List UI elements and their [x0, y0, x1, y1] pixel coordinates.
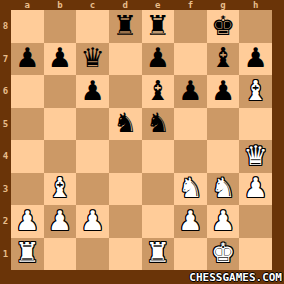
square-h7: ♟	[239, 43, 272, 76]
black-pawn-b7: ♟	[48, 44, 72, 71]
square-f6: ♟	[174, 75, 207, 108]
square-e4	[142, 140, 175, 173]
white-pawn-g2: ♟	[211, 207, 235, 234]
white-pawn-c2: ♟	[80, 207, 104, 234]
square-a1: ♜	[11, 238, 44, 271]
square-f1	[174, 238, 207, 271]
square-b1	[44, 238, 77, 271]
square-b3: ♝	[44, 173, 77, 206]
square-f4	[174, 140, 207, 173]
black-pawn-f6: ♟	[178, 77, 202, 104]
rank-label-7: 7	[0, 43, 11, 76]
chess-board: ♜♜♚♟♟♛♟♝♟♟♝♟♟♝♞♞♛♝♞♞♟♟♟♟♟♟♜♜♚	[11, 10, 272, 270]
square-c7: ♛	[76, 43, 109, 76]
white-pawn-f2: ♟	[178, 207, 202, 234]
white-king-g1: ♚	[211, 239, 235, 266]
chess-diagram: abcdefgh 87654321 ♜♜♚♟♟♛♟♝♟♟♝♟♟♝♞♞♛♝♞♞♟♟…	[0, 0, 284, 284]
square-g1: ♚	[207, 238, 240, 271]
square-g6: ♟	[207, 75, 240, 108]
square-h6: ♝	[239, 75, 272, 108]
square-h5	[239, 108, 272, 141]
rank-label-8: 8	[0, 10, 11, 43]
black-rook-e8: ♜	[146, 12, 170, 39]
square-b8	[44, 10, 77, 43]
white-pawn-h3: ♟	[244, 174, 268, 201]
file-label-d: d	[109, 0, 142, 10]
square-g5	[207, 108, 240, 141]
square-f5	[174, 108, 207, 141]
square-d6	[109, 75, 142, 108]
white-rook-e1: ♜	[146, 239, 170, 266]
black-rook-d8: ♜	[113, 12, 137, 39]
square-a5	[11, 108, 44, 141]
rank-label-3: 3	[0, 173, 11, 206]
white-pawn-b2: ♟	[48, 207, 72, 234]
square-d7	[109, 43, 142, 76]
white-pawn-a2: ♟	[15, 207, 39, 234]
square-a8	[11, 10, 44, 43]
file-label-e: e	[142, 0, 175, 10]
branding-watermark: CHESSGAMES.COM	[189, 271, 282, 284]
square-d2	[109, 205, 142, 238]
square-d8: ♜	[109, 10, 142, 43]
rank-label-1: 1	[0, 238, 11, 271]
square-a4	[11, 140, 44, 173]
square-g3: ♞	[207, 173, 240, 206]
square-h3: ♟	[239, 173, 272, 206]
rank-label-2: 2	[0, 205, 11, 238]
black-king-g8: ♚	[211, 12, 235, 39]
black-pawn-e7: ♟	[146, 44, 170, 71]
rank-label-4: 4	[0, 140, 11, 173]
square-e7: ♟	[142, 43, 175, 76]
black-bishop-g7: ♝	[211, 44, 235, 71]
square-b5	[44, 108, 77, 141]
square-f2: ♟	[174, 205, 207, 238]
square-e1: ♜	[142, 238, 175, 271]
white-queen-h4: ♛	[244, 142, 268, 169]
square-b7: ♟	[44, 43, 77, 76]
square-f3: ♞	[174, 173, 207, 206]
file-label-g: g	[207, 0, 240, 10]
square-f7	[174, 43, 207, 76]
square-c2: ♟	[76, 205, 109, 238]
square-e3	[142, 173, 175, 206]
square-a2: ♟	[11, 205, 44, 238]
square-a3	[11, 173, 44, 206]
square-c1	[76, 238, 109, 271]
black-pawn-a7: ♟	[15, 44, 39, 71]
black-queen-c7: ♛	[80, 44, 104, 71]
square-h8	[239, 10, 272, 43]
square-c8	[76, 10, 109, 43]
square-e5: ♞	[142, 108, 175, 141]
square-h4: ♛	[239, 140, 272, 173]
square-c4	[76, 140, 109, 173]
square-f8	[174, 10, 207, 43]
square-g7: ♝	[207, 43, 240, 76]
square-h1	[239, 238, 272, 271]
white-knight-g3: ♞	[211, 174, 235, 201]
black-bishop-e6: ♝	[146, 77, 170, 104]
square-h2	[239, 205, 272, 238]
square-c3	[76, 173, 109, 206]
black-pawn-c6: ♟	[80, 77, 104, 104]
file-labels: abcdefgh	[11, 0, 272, 10]
square-g2: ♟	[207, 205, 240, 238]
file-label-b: b	[44, 0, 77, 10]
square-e6: ♝	[142, 75, 175, 108]
black-knight-d5: ♞	[113, 109, 137, 136]
black-pawn-g6: ♟	[211, 77, 235, 104]
square-c5	[76, 108, 109, 141]
white-bishop-h6: ♝	[244, 77, 268, 104]
square-a6	[11, 75, 44, 108]
black-pawn-h7: ♟	[244, 44, 268, 71]
square-a7: ♟	[11, 43, 44, 76]
square-b4	[44, 140, 77, 173]
square-g4	[207, 140, 240, 173]
square-e2	[142, 205, 175, 238]
white-knight-f3: ♞	[178, 174, 202, 201]
square-e8: ♜	[142, 10, 175, 43]
square-d4	[109, 140, 142, 173]
rank-label-6: 6	[0, 75, 11, 108]
file-label-h: h	[239, 0, 272, 10]
rank-labels: 87654321	[0, 10, 11, 270]
square-d5: ♞	[109, 108, 142, 141]
white-rook-a1: ♜	[15, 239, 39, 266]
square-g8: ♚	[207, 10, 240, 43]
file-label-a: a	[11, 0, 44, 10]
rank-label-5: 5	[0, 108, 11, 141]
square-d1	[109, 238, 142, 271]
file-label-f: f	[174, 0, 207, 10]
square-d3	[109, 173, 142, 206]
square-b2: ♟	[44, 205, 77, 238]
square-b6	[44, 75, 77, 108]
file-label-c: c	[76, 0, 109, 10]
black-knight-e5: ♞	[146, 109, 170, 136]
square-c6: ♟	[76, 75, 109, 108]
white-bishop-b3: ♝	[48, 174, 72, 201]
